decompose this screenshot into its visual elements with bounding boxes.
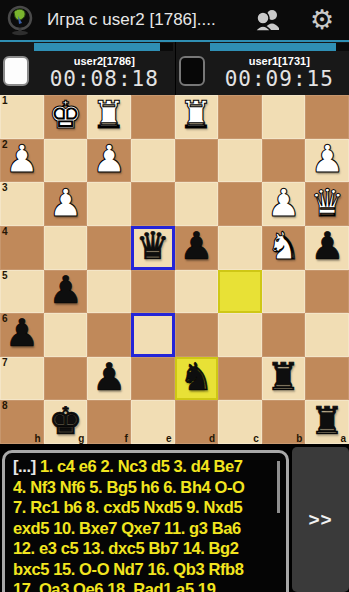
square-d8[interactable]: d xyxy=(175,400,219,444)
square-e7[interactable] xyxy=(131,357,175,401)
move-list-line: exd5 10. Bxe7 Qxe7 11. g3 Ba6 xyxy=(13,518,278,539)
white-color-square xyxy=(3,56,29,86)
square-d4[interactable]: ♟ xyxy=(175,226,219,270)
file-label-e: e xyxy=(166,433,172,444)
forward-arrows-label: >> xyxy=(308,509,332,531)
move-list-line: 17. Qa3 Qe6 18. Rad1 a5 19. xyxy=(13,579,278,592)
people-icon xyxy=(252,8,284,32)
square-h4[interactable]: 4 xyxy=(0,226,44,270)
square-c1[interactable] xyxy=(218,95,262,139)
move-list-line: 12. e3 c5 13. dxc5 Bb7 14. Bg2 xyxy=(13,538,278,559)
square-f7[interactable]: ♟ xyxy=(87,357,131,401)
square-d1[interactable]: ♜ xyxy=(175,95,219,139)
square-b6[interactable] xyxy=(262,313,306,357)
black-knight-d7: ♞ xyxy=(179,356,213,398)
square-d3[interactable] xyxy=(175,182,219,226)
rank-label-5: 5 xyxy=(2,270,8,281)
white-rook-d1: ♜ xyxy=(179,94,213,136)
player-panels: user2[1786] 00:08:18 user1[1731] 00:09:1… xyxy=(0,40,349,95)
square-h2[interactable]: 2♟ xyxy=(0,139,44,183)
gear-icon: ⚙ xyxy=(310,0,334,40)
square-h8[interactable]: 8h xyxy=(0,400,44,444)
black-pawn-d4: ♟ xyxy=(179,225,213,267)
square-c3[interactable] xyxy=(218,182,262,226)
rank-label-1: 1 xyxy=(2,95,8,106)
black-player-name: user1[1731] xyxy=(210,55,349,67)
square-e1[interactable] xyxy=(131,95,175,139)
file-label-d: d xyxy=(209,433,215,444)
square-c7[interactable] xyxy=(218,357,262,401)
square-d7[interactable]: ♞ xyxy=(175,357,219,401)
black-rook-b7: ♜ xyxy=(267,356,301,398)
square-b1[interactable] xyxy=(262,95,306,139)
white-pawn-b3: ♟ xyxy=(267,182,301,224)
square-g7[interactable] xyxy=(44,357,88,401)
window-title: Игра с user2 [1786].... xyxy=(47,10,241,30)
square-f3[interactable] xyxy=(87,182,131,226)
white-rook-f1: ♜ xyxy=(92,94,126,136)
square-e3[interactable] xyxy=(131,182,175,226)
square-a4[interactable]: ♟ xyxy=(305,226,349,270)
square-c6[interactable] xyxy=(218,313,262,357)
square-b7[interactable]: ♜ xyxy=(262,357,306,401)
black-pawn-g5: ♟ xyxy=(48,269,82,311)
move-list-line: 7. Rc1 b6 8. cxd5 Nxd5 9. Nxd5 xyxy=(13,497,278,518)
rank-label-4: 4 xyxy=(2,226,8,237)
square-g8[interactable]: g♚ xyxy=(44,400,88,444)
square-c5[interactable] xyxy=(218,270,262,314)
move-list-area: [...] 1. c4 e6 2. Nc3 d5 3. d4 Be7 4. Nf… xyxy=(0,444,349,592)
square-b3[interactable]: ♟ xyxy=(262,182,306,226)
file-label-f: f xyxy=(125,433,128,444)
square-a8[interactable]: a♜ xyxy=(305,400,349,444)
white-knight-b4: ♞ xyxy=(267,225,301,267)
settings-button[interactable]: ⚙ xyxy=(295,0,349,40)
move-list-line: [...] 1. c4 e6 2. Nc3 d5 3. d4 Be7 xyxy=(13,456,278,477)
file-label-g: g xyxy=(78,433,84,444)
square-g2[interactable] xyxy=(44,139,88,183)
rank-label-7: 7 xyxy=(2,357,8,368)
square-h5[interactable]: 5 xyxy=(0,270,44,314)
square-g6[interactable] xyxy=(44,313,88,357)
move-list-line: bxc5 15. O-O Nd7 16. Qb3 Rfb8 xyxy=(13,559,278,580)
square-a6[interactable] xyxy=(305,313,349,357)
square-a2[interactable]: ♟ xyxy=(305,139,349,183)
square-b2[interactable] xyxy=(262,139,306,183)
rank-label-3: 3 xyxy=(2,182,8,193)
black-pawn-a4: ♟ xyxy=(310,225,344,267)
square-a7[interactable] xyxy=(305,357,349,401)
square-h1[interactable]: 1 xyxy=(0,95,44,139)
square-e5[interactable] xyxy=(131,270,175,314)
file-label-a: a xyxy=(340,433,346,444)
square-c2[interactable] xyxy=(218,139,262,183)
black-player-panel: user1[1731] 00:09:15 xyxy=(175,42,349,95)
square-g5[interactable]: ♟ xyxy=(44,270,88,314)
white-pawn-a2: ♟ xyxy=(310,138,344,180)
rank-label-2: 2 xyxy=(2,139,8,150)
square-b5[interactable] xyxy=(262,270,306,314)
square-e2[interactable] xyxy=(131,139,175,183)
move-list-line: 4. Nf3 Nf6 5. Bg5 h6 6. Bh4 O-O xyxy=(13,477,278,498)
black-color-square xyxy=(179,56,205,86)
black-rook-a8: ♜ xyxy=(310,400,344,442)
white-pawn-g3: ♟ xyxy=(48,182,82,224)
white-queen-a3: ♛ xyxy=(310,182,344,224)
move-list-scrollbar[interactable] xyxy=(277,461,280,513)
file-label-c: c xyxy=(253,433,259,444)
black-pawn-h6: ♟ xyxy=(5,312,39,354)
black-pawn-f7: ♟ xyxy=(92,356,126,398)
square-a5[interactable] xyxy=(305,270,349,314)
title-bar: Игра с user2 [1786].... ⚙ xyxy=(0,0,349,40)
square-c8[interactable]: c xyxy=(218,400,262,444)
square-f4[interactable] xyxy=(87,226,131,270)
collapsed-moves-marker: [...] xyxy=(13,457,36,475)
square-f2[interactable]: ♟ xyxy=(87,139,131,183)
square-f1[interactable]: ♜ xyxy=(87,95,131,139)
square-f6[interactable] xyxy=(87,313,131,357)
square-b8[interactable]: b xyxy=(262,400,306,444)
players-menu-button[interactable] xyxy=(241,0,295,40)
rank-label-8: 8 xyxy=(2,400,8,411)
square-h3[interactable]: 3 xyxy=(0,182,44,226)
white-player-name: user2[1786] xyxy=(34,55,175,67)
chess-app-screen: Игра с user2 [1786].... ⚙ user2[1786] 00… xyxy=(0,0,349,592)
file-label-h: h xyxy=(35,433,41,444)
white-pawn-f2: ♟ xyxy=(92,138,126,180)
square-d6[interactable] xyxy=(175,313,219,357)
black-time-progress-bar xyxy=(210,43,349,51)
white-time-progress-bar xyxy=(34,43,173,51)
square-e8[interactable]: e xyxy=(131,400,175,444)
file-label-b: b xyxy=(296,433,302,444)
square-d2[interactable] xyxy=(175,139,219,183)
white-player-panel: user2[1786] 00:08:18 xyxy=(0,42,175,95)
forward-move-button[interactable]: >> xyxy=(292,447,349,592)
square-h6[interactable]: 6♟ xyxy=(0,313,44,357)
square-a3[interactable]: ♛ xyxy=(305,182,349,226)
square-g4[interactable] xyxy=(44,226,88,270)
chess-board: 1♚♜♜2♟♟♟3♟♟♛4♛♟♞♟5♟6♟7♟♞♜8hg♚fedcba♜ xyxy=(0,95,349,444)
square-g3[interactable]: ♟ xyxy=(44,182,88,226)
square-e4[interactable]: ♛ xyxy=(131,226,175,270)
move-list[interactable]: [...] 1. c4 e6 2. Nc3 d5 3. d4 Be7 4. Nf… xyxy=(2,450,289,592)
white-pawn-h2: ♟ xyxy=(5,138,39,180)
square-b4[interactable]: ♞ xyxy=(262,226,306,270)
square-g1[interactable]: ♚ xyxy=(44,95,88,139)
rank-label-6: 6 xyxy=(2,313,8,324)
white-king-g1: ♚ xyxy=(48,94,82,136)
square-e6[interactable] xyxy=(131,313,175,357)
black-queen-e4: ♛ xyxy=(136,225,170,267)
square-h7[interactable]: 7 xyxy=(0,357,44,401)
square-f8[interactable]: f xyxy=(87,400,131,444)
white-player-clock: 00:08:18 xyxy=(34,67,175,91)
square-f5[interactable] xyxy=(87,270,131,314)
square-a1[interactable] xyxy=(305,95,349,139)
app-globe-icon xyxy=(4,3,38,37)
black-player-clock: 00:09:15 xyxy=(210,67,349,91)
square-d5[interactable] xyxy=(175,270,219,314)
square-c4[interactable] xyxy=(218,226,262,270)
